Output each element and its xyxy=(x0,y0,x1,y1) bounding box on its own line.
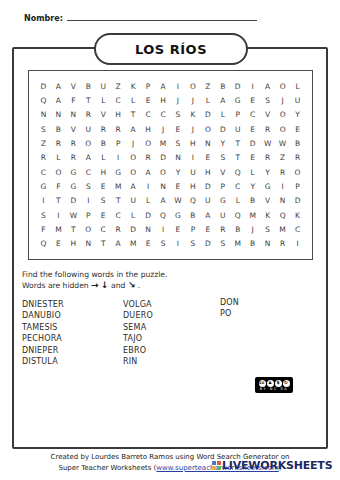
grid-cell[interactable]: H xyxy=(66,237,81,251)
grid-cell[interactable]: P xyxy=(215,179,230,193)
grid-cell[interactable]: N xyxy=(51,108,66,122)
grid-cell[interactable]: F xyxy=(66,93,81,107)
grid-cell[interactable]: H xyxy=(96,165,111,179)
grid-cell[interactable]: A xyxy=(156,194,171,208)
grid-cell[interactable]: D xyxy=(126,222,141,236)
grid-cell[interactable]: O xyxy=(141,136,156,150)
grid-cell[interactable]: H xyxy=(141,122,156,136)
grid-cell[interactable]: N xyxy=(171,151,186,165)
grid-cell[interactable]: A xyxy=(260,79,275,93)
word-item: DNIEPER xyxy=(22,345,64,356)
grid-cell[interactable]: O xyxy=(81,136,96,150)
grid-cell[interactable]: L xyxy=(245,165,260,179)
instructions: Find the following words in the puzzle. … xyxy=(22,269,167,291)
grid-cell[interactable]: I xyxy=(290,237,305,251)
grid-cell[interactable]: N xyxy=(200,136,215,150)
name-row: Nombre: xyxy=(24,12,257,23)
grid-cell[interactable]: E xyxy=(245,151,260,165)
grid-cell[interactable]: M xyxy=(111,179,126,193)
grid-cell[interactable]: L xyxy=(96,93,111,107)
grid-cell[interactable]: I xyxy=(81,194,96,208)
grid-cell[interactable]: E xyxy=(171,122,186,136)
grid-cell[interactable]: B xyxy=(81,79,96,93)
grid-cell[interactable]: M xyxy=(245,208,260,222)
grid-cell[interactable]: V xyxy=(260,194,275,208)
grid-cell[interactable]: R xyxy=(66,136,81,150)
grid-cell[interactable]: O xyxy=(126,151,141,165)
word-item: DANUBIO xyxy=(22,310,64,321)
grid-cell[interactable]: T xyxy=(126,108,141,122)
grid-cell[interactable]: D xyxy=(66,194,81,208)
grid-cell[interactable]: S xyxy=(81,179,96,193)
grid-cell[interactable]: U xyxy=(96,79,111,93)
grid-cell[interactable]: D xyxy=(215,122,230,136)
grid-cell[interactable]: I xyxy=(111,151,126,165)
grid-cell[interactable]: I xyxy=(141,179,156,193)
grid-cell[interactable]: U xyxy=(200,194,215,208)
grid-cell[interactable]: D xyxy=(290,194,305,208)
grid-cell[interactable]: U xyxy=(126,194,141,208)
worksheet-page: Nombre: LOS RÍOS DAVBUZKPAIOZBDIAOLQAFTL… xyxy=(0,0,340,480)
grid-cell[interactable]: B xyxy=(230,222,245,236)
grid-cell[interactable]: T xyxy=(96,237,111,251)
grid-cell[interactable]: N xyxy=(156,179,171,193)
title-capsule: LOS RÍOS xyxy=(94,33,248,65)
grid-cell[interactable]: D xyxy=(200,179,215,193)
grid-cell[interactable]: R xyxy=(66,151,81,165)
grid-cell[interactable]: R xyxy=(51,136,66,150)
grid-cell[interactable]: P xyxy=(185,222,200,236)
grid-cell[interactable]: V xyxy=(66,79,81,93)
grid-cell[interactable]: D xyxy=(200,108,215,122)
grid-cell[interactable]: S xyxy=(36,122,51,136)
grid-cell[interactable]: N xyxy=(36,108,51,122)
name-blank-line[interactable] xyxy=(67,12,257,21)
grid-cell[interactable]: W xyxy=(66,208,81,222)
grid-cell[interactable]: I xyxy=(156,222,171,236)
grid-cell[interactable]: Q xyxy=(36,237,51,251)
word-item: EBRO xyxy=(123,345,153,356)
grid-cell[interactable]: C xyxy=(141,108,156,122)
grid-cell[interactable]: H xyxy=(111,108,126,122)
grid-cell[interactable]: V xyxy=(215,165,230,179)
grid-cell[interactable]: C xyxy=(245,108,260,122)
grid-cell[interactable]: Q xyxy=(156,208,171,222)
grid-cell[interactable]: M xyxy=(126,237,141,251)
grid-cell[interactable]: I xyxy=(171,237,186,251)
grid-cell[interactable]: S xyxy=(36,208,51,222)
liveworksheets-logo: LIVEWORKSHEETS xyxy=(212,459,332,472)
word-item: VOLGA xyxy=(123,299,153,310)
grid-cell[interactable]: A xyxy=(156,79,171,93)
grid-cell[interactable]: I xyxy=(36,194,51,208)
grid-cell[interactable]: G xyxy=(230,93,245,107)
grid-cell[interactable]: C xyxy=(111,93,126,107)
word-item: PO xyxy=(220,308,239,319)
right-arrow-icon: → xyxy=(91,280,99,290)
grid-cell[interactable]: C xyxy=(96,222,111,236)
page-title: LOS RÍOS xyxy=(135,42,207,57)
grid-cell[interactable]: M xyxy=(275,222,290,236)
grid-cell[interactable]: H xyxy=(156,93,171,107)
word-item: TAJO xyxy=(123,333,153,344)
grid-cell[interactable]: O xyxy=(156,165,171,179)
grid-cell[interactable]: S xyxy=(96,194,111,208)
grid-cell[interactable]: D xyxy=(200,237,215,251)
grid-cell[interactable]: Z xyxy=(275,151,290,165)
grid-cell[interactable]: J xyxy=(185,122,200,136)
grid-cell[interactable]: O xyxy=(275,108,290,122)
grid-cell[interactable]: T xyxy=(230,151,245,165)
grid-cell[interactable]: S xyxy=(260,222,275,236)
grid-cell[interactable]: C xyxy=(290,222,305,236)
grid-cell[interactable]: R xyxy=(260,122,275,136)
word-item: SEMA xyxy=(123,322,153,333)
grid-cell[interactable]: E xyxy=(96,208,111,222)
grid-cell[interactable]: G xyxy=(260,179,275,193)
grid-cell[interactable]: T xyxy=(51,194,66,208)
grid-cell[interactable]: E xyxy=(51,237,66,251)
grid-cell[interactable]: O xyxy=(290,165,305,179)
grid-cell[interactable]: U xyxy=(230,122,245,136)
grid-cell[interactable]: E xyxy=(141,93,156,107)
grid-cell[interactable]: F xyxy=(51,179,66,193)
word-list-column-1: DNIESTERDANUBIOTAMESISPECHORADNIEPERDIST… xyxy=(22,299,64,367)
grid-cell[interactable]: O xyxy=(51,165,66,179)
grid-cell[interactable]: I xyxy=(185,151,200,165)
grid-cell[interactable]: C xyxy=(111,208,126,222)
cc-by-icon: ♟ xyxy=(267,380,274,387)
grid-cell[interactable]: F xyxy=(36,222,51,236)
grid-cell[interactable]: A xyxy=(200,208,215,222)
grid-cell[interactable]: G xyxy=(66,179,81,193)
grid-cell[interactable]: A xyxy=(51,93,66,107)
word-item: TAMESIS xyxy=(22,322,64,333)
grid-cell[interactable]: E xyxy=(245,93,260,107)
word-item: DUERO xyxy=(123,310,153,321)
grid-cell[interactable]: Y xyxy=(260,165,275,179)
grid-cell[interactable]: R xyxy=(141,151,156,165)
grid-cell[interactable]: E xyxy=(200,151,215,165)
grid-cell[interactable]: S xyxy=(156,237,171,251)
grid-cell[interactable]: N xyxy=(141,222,156,236)
grid-cell[interactable]: W xyxy=(171,194,186,208)
grid-cell[interactable]: S xyxy=(171,136,186,150)
grid-cell[interactable]: R xyxy=(111,222,126,236)
grid-cell[interactable]: E xyxy=(245,122,260,136)
grid-cell[interactable]: V xyxy=(260,108,275,122)
grid-cell[interactable]: O xyxy=(275,122,290,136)
grid-cell[interactable]: N xyxy=(260,237,275,251)
grid-cell[interactable]: M xyxy=(51,222,66,236)
grid-cell[interactable]: B xyxy=(245,194,260,208)
grid-cell[interactable]: E xyxy=(141,237,156,251)
cc-small-text: BY NC SA xyxy=(260,387,288,391)
grid-cell[interactable]: T xyxy=(66,222,81,236)
grid-cell[interactable]: R xyxy=(36,151,51,165)
grid-cell[interactable]: L xyxy=(215,108,230,122)
grid-cell[interactable]: Q xyxy=(36,93,51,107)
grid-cell[interactable]: G xyxy=(66,165,81,179)
grid-cell[interactable]: Y xyxy=(215,136,230,150)
grid-cell[interactable]: C xyxy=(81,165,96,179)
grid-cell[interactable]: V xyxy=(66,122,81,136)
grid-cell[interactable]: K xyxy=(185,108,200,122)
grid-cell[interactable]: I xyxy=(275,179,290,193)
grid-cell[interactable]: S xyxy=(215,237,230,251)
grid-cell[interactable]: G xyxy=(215,194,230,208)
grid-cell[interactable]: L xyxy=(200,93,215,107)
grid-cell[interactable]: R xyxy=(275,165,290,179)
grid-cell[interactable]: D xyxy=(230,79,245,93)
grid-cell[interactable]: L xyxy=(126,208,141,222)
word-search-grid: DAVBUZKPAIOZBDIAOLQAFTLCLEHJJLAGESJUNNNR… xyxy=(36,79,305,251)
grid-cell[interactable]: E xyxy=(96,179,111,193)
grid-cell[interactable]: O xyxy=(81,222,96,236)
grid-cell[interactable]: R xyxy=(81,108,96,122)
grid-cell[interactable]: R xyxy=(111,122,126,136)
grid-cell[interactable]: S xyxy=(215,151,230,165)
word-item: DON xyxy=(220,297,239,308)
grid-cell[interactable]: O xyxy=(126,165,141,179)
down-arrow-icon: ↓ xyxy=(101,280,109,290)
word-item: DISTULA xyxy=(22,356,64,367)
grid-cell[interactable]: P xyxy=(141,79,156,93)
grid-cell[interactable]: E xyxy=(200,222,215,236)
grid-cell[interactable]: Q xyxy=(230,165,245,179)
grid-cell[interactable]: C xyxy=(36,165,51,179)
word-list-column-3: DONPO xyxy=(220,297,239,320)
grid-cell[interactable]: B xyxy=(96,136,111,150)
diagonal-arrow-icon: ↘ xyxy=(128,280,136,290)
grid-cell[interactable]: V xyxy=(96,108,111,122)
grid-cell[interactable]: U xyxy=(81,122,96,136)
grid-cell[interactable]: N xyxy=(275,194,290,208)
grid-cell[interactable]: H xyxy=(200,165,215,179)
word-item: DNIESTER xyxy=(22,299,64,310)
grid-cell[interactable]: H xyxy=(185,136,200,150)
grid-cell[interactable]: S xyxy=(260,93,275,107)
grid-cell[interactable]: S xyxy=(185,237,200,251)
grid-cell[interactable]: L xyxy=(141,194,156,208)
instructions-line2: Words are hidden → ↓ and ↘ . xyxy=(22,280,167,291)
grid-cell[interactable]: L xyxy=(290,79,305,93)
cc-sa-icon: ↻ xyxy=(283,380,290,387)
grid-cell[interactable]: J xyxy=(275,93,290,107)
grid-cell[interactable]: T xyxy=(230,136,245,150)
grid-cell[interactable]: H xyxy=(185,179,200,193)
grid-cell[interactable]: B xyxy=(290,136,305,150)
grid-cell[interactable]: A xyxy=(126,122,141,136)
grid-cell[interactable]: O xyxy=(275,79,290,93)
grid-cell[interactable]: Y xyxy=(171,165,186,179)
grid-cell[interactable]: A xyxy=(81,151,96,165)
word-item: RIN xyxy=(123,356,153,367)
grid-cell[interactable]: C xyxy=(156,108,171,122)
grid-cell[interactable]: Y xyxy=(290,108,305,122)
grid-cell[interactable]: J xyxy=(126,136,141,150)
name-label: Nombre: xyxy=(24,14,63,23)
grid-cell[interactable]: R xyxy=(215,222,230,236)
grid-cell[interactable]: T xyxy=(111,194,126,208)
grid-cell[interactable]: P xyxy=(81,208,96,222)
grid-cell[interactable]: J xyxy=(245,222,260,236)
grid-cell[interactable]: R xyxy=(275,237,290,251)
grid-cell[interactable]: I xyxy=(51,208,66,222)
grid-cell[interactable]: D xyxy=(141,208,156,222)
cc-nc-icon: $ xyxy=(275,380,282,387)
grid-cell[interactable]: Z xyxy=(200,79,215,93)
grid-cell[interactable]: B xyxy=(215,79,230,93)
grid-cell[interactable]: D xyxy=(36,79,51,93)
instructions-line1: Find the following words in the puzzle. xyxy=(22,269,167,280)
grid-cell[interactable]: L xyxy=(126,93,141,107)
grid-cell[interactable]: A xyxy=(51,79,66,93)
grid-cell[interactable]: K xyxy=(290,208,305,222)
grid-cell[interactable]: J xyxy=(185,93,200,107)
grid-cell[interactable]: G xyxy=(171,208,186,222)
grid-cell[interactable]: W xyxy=(260,136,275,150)
grid-cell[interactable]: U xyxy=(290,93,305,107)
word-list-column-2: VOLGADUEROSEMATAJOEBRORIN xyxy=(123,299,153,367)
grid-cell[interactable]: O xyxy=(185,79,200,93)
grid-cell[interactable]: E xyxy=(290,122,305,136)
grid-cell[interactable]: P xyxy=(230,108,245,122)
grid-cell[interactable]: N xyxy=(66,108,81,122)
liveworksheets-icon xyxy=(212,461,221,470)
grid-cell[interactable]: G xyxy=(36,179,51,193)
grid-cell[interactable]: E xyxy=(171,179,186,193)
grid-cell[interactable]: J xyxy=(156,122,171,136)
grid-cell[interactable]: M xyxy=(230,237,245,251)
grid-cell[interactable]: C xyxy=(230,179,245,193)
grid-cell[interactable]: R xyxy=(260,151,275,165)
grid-cell[interactable]: P xyxy=(290,179,305,193)
grid-cell[interactable]: D xyxy=(245,136,260,150)
word-item: PECHORA xyxy=(22,333,64,344)
grid-cell[interactable]: U xyxy=(215,208,230,222)
cc-icon: cc xyxy=(259,380,266,387)
grid-cell[interactable]: A xyxy=(141,165,156,179)
liveworksheets-text: LIVEWORKSHEETS xyxy=(222,459,332,472)
grid-cell[interactable]: A xyxy=(111,237,126,251)
grid-cell[interactable]: L xyxy=(96,151,111,165)
grid-cell[interactable]: W xyxy=(275,136,290,150)
grid-cell[interactable]: U xyxy=(185,165,200,179)
grid-cell[interactable]: B xyxy=(51,122,66,136)
grid-cell[interactable]: Q xyxy=(230,208,245,222)
grid-cell[interactable]: O xyxy=(200,122,215,136)
grid-cell[interactable]: P xyxy=(111,136,126,150)
grid-cell[interactable]: I xyxy=(171,79,186,93)
grid-cell[interactable]: Y xyxy=(245,179,260,193)
grid-cell[interactable]: R xyxy=(290,151,305,165)
grid-cell[interactable]: L xyxy=(230,194,245,208)
grid-cell[interactable]: Z xyxy=(111,79,126,93)
grid-cell[interactable]: Z xyxy=(36,136,51,150)
grid-cell[interactable]: Q xyxy=(185,194,200,208)
grid-cell[interactable]: D xyxy=(156,151,171,165)
grid-cell[interactable]: B xyxy=(185,208,200,222)
grid-cell[interactable]: K xyxy=(260,208,275,222)
grid-cell[interactable]: J xyxy=(171,93,186,107)
grid-cell[interactable]: E xyxy=(171,222,186,236)
grid-cell[interactable]: T xyxy=(81,93,96,107)
grid-cell[interactable]: M xyxy=(156,136,171,150)
grid-cell[interactable]: I xyxy=(245,79,260,93)
grid-cell[interactable]: K xyxy=(126,79,141,93)
creative-commons-badge: cc ♟ $ ↻ BY NC SA xyxy=(255,377,293,393)
grid-cell[interactable]: A xyxy=(215,93,230,107)
grid-cell[interactable]: B xyxy=(245,237,260,251)
grid-cell[interactable]: R xyxy=(96,122,111,136)
grid-cell[interactable]: L xyxy=(51,151,66,165)
grid-cell[interactable]: N xyxy=(81,237,96,251)
grid-cell[interactable]: A xyxy=(126,179,141,193)
grid-cell[interactable]: Q xyxy=(275,208,290,222)
grid-cell[interactable]: G xyxy=(111,165,126,179)
grid-cell[interactable]: S xyxy=(171,108,186,122)
grid-frame: DAVBUZKPAIOZBDIAOLQAFTLCLEHJJLAGESJUNNNR… xyxy=(28,70,313,260)
